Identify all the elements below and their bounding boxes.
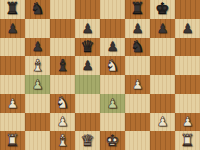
square-d5[interactable]: ♟ — [75, 56, 100, 75]
square-g6[interactable] — [150, 38, 175, 57]
square-b4[interactable]: ♟ — [25, 75, 50, 94]
square-g2[interactable]: ♟ — [150, 113, 175, 132]
white-pawn[interactable]: ♟ — [32, 78, 44, 91]
white-knight[interactable]: ♞ — [105, 58, 119, 74]
white-rook[interactable]: ♜ — [5, 133, 19, 149]
square-c4[interactable] — [50, 75, 75, 94]
square-h5[interactable] — [175, 56, 200, 75]
square-h3[interactable] — [175, 94, 200, 113]
square-c3[interactable]: ♞ — [50, 94, 75, 113]
black-pawn[interactable]: ♟ — [82, 59, 94, 72]
square-h8[interactable] — [175, 0, 200, 19]
square-h1[interactable]: ♜ — [175, 131, 200, 150]
black-queen[interactable]: ♛ — [80, 39, 94, 55]
square-e7[interactable] — [100, 19, 125, 38]
square-a1[interactable]: ♜ — [0, 131, 25, 150]
square-e8[interactable] — [100, 0, 125, 19]
square-e3[interactable]: ♟ — [100, 94, 125, 113]
square-d6[interactable]: ♛ — [75, 38, 100, 57]
white-king[interactable]: ♚ — [105, 133, 119, 149]
white-pawn[interactable]: ♟ — [157, 115, 169, 128]
black-knight[interactable]: ♞ — [130, 39, 144, 55]
white-pawn[interactable]: ♟ — [7, 97, 19, 110]
square-a4[interactable] — [0, 75, 25, 94]
black-pawn[interactable]: ♟ — [82, 22, 94, 35]
square-d2[interactable] — [75, 113, 100, 132]
square-a8[interactable]: ♜ — [0, 0, 25, 19]
square-d7[interactable]: ♟ — [75, 19, 100, 38]
square-a7[interactable]: ♟ — [0, 19, 25, 38]
chess-board: ♜♞♜♚♟♟♟♟♟♟♛♟♞♝♝♟♞♟♟♟♞♟♟♟♟♜♝♛♚♜ — [0, 0, 200, 150]
black-pawn[interactable]: ♟ — [182, 22, 194, 35]
square-f4[interactable]: ♟ — [125, 75, 150, 94]
square-h6[interactable] — [175, 38, 200, 57]
black-rook[interactable]: ♜ — [130, 1, 144, 17]
square-c2[interactable]: ♟ — [50, 113, 75, 132]
square-a2[interactable] — [0, 113, 25, 132]
square-g1[interactable] — [150, 131, 175, 150]
square-g5[interactable] — [150, 56, 175, 75]
black-bishop[interactable]: ♝ — [55, 58, 69, 74]
square-g8[interactable]: ♚ — [150, 0, 175, 19]
square-d4[interactable] — [75, 75, 100, 94]
square-f1[interactable] — [125, 131, 150, 150]
square-b5[interactable]: ♝ — [25, 56, 50, 75]
white-bishop[interactable]: ♝ — [30, 58, 44, 74]
square-e2[interactable] — [100, 113, 125, 132]
square-b8[interactable]: ♞ — [25, 0, 50, 19]
square-f6[interactable]: ♞ — [125, 38, 150, 57]
black-pawn[interactable]: ♟ — [132, 22, 144, 35]
square-a5[interactable] — [0, 56, 25, 75]
square-b1[interactable] — [25, 131, 50, 150]
white-bishop[interactable]: ♝ — [55, 133, 69, 149]
square-h2[interactable]: ♟ — [175, 113, 200, 132]
square-c5[interactable]: ♝ — [50, 56, 75, 75]
white-pawn[interactable]: ♟ — [132, 78, 144, 91]
white-rook[interactable]: ♜ — [180, 133, 194, 149]
white-pawn[interactable]: ♟ — [182, 115, 194, 128]
square-f2[interactable] — [125, 113, 150, 132]
square-g7[interactable]: ♟ — [150, 19, 175, 38]
black-rook[interactable]: ♜ — [5, 1, 19, 17]
black-king[interactable]: ♚ — [155, 1, 169, 17]
black-pawn[interactable]: ♟ — [107, 40, 119, 53]
square-e1[interactable]: ♚ — [100, 131, 125, 150]
square-d3[interactable] — [75, 94, 100, 113]
square-a6[interactable] — [0, 38, 25, 57]
white-pawn[interactable]: ♟ — [107, 97, 119, 110]
square-c7[interactable] — [50, 19, 75, 38]
square-c1[interactable]: ♝ — [50, 131, 75, 150]
square-b7[interactable] — [25, 19, 50, 38]
square-f5[interactable] — [125, 56, 150, 75]
square-f7[interactable]: ♟ — [125, 19, 150, 38]
square-b3[interactable] — [25, 94, 50, 113]
square-e5[interactable]: ♞ — [100, 56, 125, 75]
black-knight[interactable]: ♞ — [30, 1, 44, 17]
white-queen[interactable]: ♛ — [80, 133, 94, 149]
square-c6[interactable] — [50, 38, 75, 57]
square-g3[interactable] — [150, 94, 175, 113]
square-f3[interactable] — [125, 94, 150, 113]
square-e4[interactable] — [100, 75, 125, 94]
square-f8[interactable]: ♜ — [125, 0, 150, 19]
square-b6[interactable]: ♟ — [25, 38, 50, 57]
square-h7[interactable]: ♟ — [175, 19, 200, 38]
square-h4[interactable] — [175, 75, 200, 94]
black-pawn[interactable]: ♟ — [32, 40, 44, 53]
black-pawn[interactable]: ♟ — [157, 22, 169, 35]
square-d1[interactable]: ♛ — [75, 131, 100, 150]
square-a3[interactable]: ♟ — [0, 94, 25, 113]
square-e6[interactable]: ♟ — [100, 38, 125, 57]
white-knight[interactable]: ♞ — [55, 95, 69, 111]
black-pawn[interactable]: ♟ — [7, 22, 19, 35]
square-c8[interactable] — [50, 0, 75, 19]
square-b2[interactable] — [25, 113, 50, 132]
square-d8[interactable] — [75, 0, 100, 19]
white-pawn[interactable]: ♟ — [57, 115, 69, 128]
square-g4[interactable] — [150, 75, 175, 94]
